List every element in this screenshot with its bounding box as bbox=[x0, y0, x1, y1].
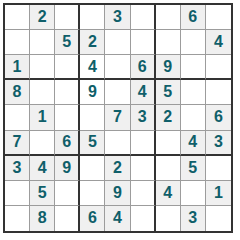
cell-r6c2[interactable] bbox=[30, 131, 55, 156]
cell-r8c6[interactable] bbox=[131, 181, 156, 206]
cell-r3c5[interactable] bbox=[105, 55, 130, 80]
cell-r1c6[interactable] bbox=[131, 5, 156, 30]
cell-r1c2[interactable]: 2 bbox=[30, 5, 55, 30]
cell-r6c7[interactable] bbox=[156, 131, 181, 156]
cell-r6c6[interactable] bbox=[131, 131, 156, 156]
cell-r7c4[interactable] bbox=[80, 156, 105, 181]
cell-r6c4[interactable]: 5 bbox=[80, 131, 105, 156]
cell-r9c5[interactable]: 4 bbox=[105, 206, 130, 231]
cell-r9c6[interactable] bbox=[131, 206, 156, 231]
cell-r4c9[interactable] bbox=[206, 80, 231, 105]
cell-r7c1[interactable]: 3 bbox=[5, 156, 30, 181]
cell-r6c8[interactable]: 4 bbox=[181, 131, 206, 156]
cell-r7c7[interactable] bbox=[156, 156, 181, 181]
cell-r3c2[interactable] bbox=[30, 55, 55, 80]
cell-r4c6[interactable]: 4 bbox=[131, 80, 156, 105]
cell-r9c2[interactable]: 8 bbox=[30, 206, 55, 231]
cell-r3c6[interactable]: 6 bbox=[131, 55, 156, 80]
cell-r5c3[interactable] bbox=[55, 105, 80, 130]
cell-r7c8[interactable]: 5 bbox=[181, 156, 206, 181]
cell-r8c3[interactable] bbox=[55, 181, 80, 206]
cell-r3c1[interactable]: 1 bbox=[5, 55, 30, 80]
cell-r7c9[interactable] bbox=[206, 156, 231, 181]
cell-r7c2[interactable]: 4 bbox=[30, 156, 55, 181]
cell-r6c5[interactable] bbox=[105, 131, 130, 156]
cell-r2c1[interactable] bbox=[5, 30, 30, 55]
cell-r1c5[interactable]: 3 bbox=[105, 5, 130, 30]
cell-r9c8[interactable]: 3 bbox=[181, 206, 206, 231]
cell-r2c5[interactable] bbox=[105, 30, 130, 55]
cell-r3c9[interactable] bbox=[206, 55, 231, 80]
cell-r8c9[interactable]: 1 bbox=[206, 181, 231, 206]
cell-r8c5[interactable]: 9 bbox=[105, 181, 130, 206]
cell-r3c7[interactable]: 9 bbox=[156, 55, 181, 80]
cell-r6c1[interactable]: 7 bbox=[5, 131, 30, 156]
cell-r8c1[interactable] bbox=[5, 181, 30, 206]
cell-r1c3[interactable] bbox=[55, 5, 80, 30]
cell-r8c2[interactable]: 5 bbox=[30, 181, 55, 206]
cell-r4c1[interactable]: 8 bbox=[5, 80, 30, 105]
cell-r9c7[interactable] bbox=[156, 206, 181, 231]
sudoku-grid: 2365241469894517326765433492559418643 bbox=[5, 5, 231, 231]
cell-r9c1[interactable] bbox=[5, 206, 30, 231]
cell-r4c5[interactable] bbox=[105, 80, 130, 105]
cell-r2c7[interactable] bbox=[156, 30, 181, 55]
cell-r5c9[interactable]: 6 bbox=[206, 105, 231, 130]
cell-r7c6[interactable] bbox=[131, 156, 156, 181]
cell-r7c5[interactable]: 2 bbox=[105, 156, 130, 181]
cell-r4c8[interactable] bbox=[181, 80, 206, 105]
cell-r7c3[interactable]: 9 bbox=[55, 156, 80, 181]
cell-r1c8[interactable]: 6 bbox=[181, 5, 206, 30]
cell-r5c5[interactable]: 7 bbox=[105, 105, 130, 130]
cell-r5c1[interactable] bbox=[5, 105, 30, 130]
cell-r8c8[interactable] bbox=[181, 181, 206, 206]
cell-r3c8[interactable] bbox=[181, 55, 206, 80]
cell-r9c4[interactable]: 6 bbox=[80, 206, 105, 231]
cell-r2c3[interactable]: 5 bbox=[55, 30, 80, 55]
cell-r1c9[interactable] bbox=[206, 5, 231, 30]
cell-r2c9[interactable]: 4 bbox=[206, 30, 231, 55]
sudoku-board: 2365241469894517326765433492559418643 bbox=[3, 3, 233, 233]
cell-r5c2[interactable]: 1 bbox=[30, 105, 55, 130]
cell-r8c4[interactable] bbox=[80, 181, 105, 206]
cell-r5c7[interactable]: 2 bbox=[156, 105, 181, 130]
cell-r1c7[interactable] bbox=[156, 5, 181, 30]
cell-r4c2[interactable] bbox=[30, 80, 55, 105]
cell-r4c7[interactable]: 5 bbox=[156, 80, 181, 105]
cell-r4c4[interactable]: 9 bbox=[80, 80, 105, 105]
cell-r3c4[interactable]: 4 bbox=[80, 55, 105, 80]
cell-r2c8[interactable] bbox=[181, 30, 206, 55]
cell-r4c3[interactable] bbox=[55, 80, 80, 105]
cell-r6c9[interactable]: 3 bbox=[206, 131, 231, 156]
cell-r8c7[interactable]: 4 bbox=[156, 181, 181, 206]
cell-r3c3[interactable] bbox=[55, 55, 80, 80]
cell-r6c3[interactable]: 6 bbox=[55, 131, 80, 156]
cell-r9c3[interactable] bbox=[55, 206, 80, 231]
cell-r1c4[interactable] bbox=[80, 5, 105, 30]
cell-r1c1[interactable] bbox=[5, 5, 30, 30]
cell-r2c2[interactable] bbox=[30, 30, 55, 55]
cell-r5c6[interactable]: 3 bbox=[131, 105, 156, 130]
cell-r5c4[interactable] bbox=[80, 105, 105, 130]
cell-r2c6[interactable] bbox=[131, 30, 156, 55]
cell-r2c4[interactable]: 2 bbox=[80, 30, 105, 55]
cell-r5c8[interactable] bbox=[181, 105, 206, 130]
cell-r9c9[interactable] bbox=[206, 206, 231, 231]
